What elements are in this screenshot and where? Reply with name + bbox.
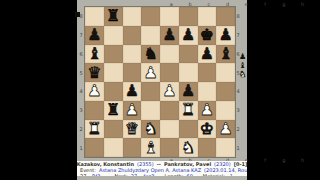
square-g2: ♚ — [198, 120, 217, 139]
rank-label-8: 8 — [235, 7, 241, 26]
file-label-h: h — [293, 1, 312, 7]
game-info-footer: Kazakov, Konstantin (2355) -- Pankratov,… — [77, 161, 247, 176]
square-e5 — [160, 63, 179, 82]
square-b8: ♜ — [104, 7, 123, 26]
square-h5 — [216, 63, 235, 82]
rank-label-4: 4 — [78, 82, 84, 101]
square-c2: ♛ — [123, 120, 142, 139]
piece-bp-a7: ♟ — [87, 26, 101, 44]
square-c1 — [123, 138, 142, 157]
square-d1: ♝ — [141, 138, 160, 157]
last-move-number: 27. — [80, 174, 88, 176]
next-move: 27... fxg3 — [131, 174, 155, 176]
square-b2 — [104, 120, 123, 139]
rank-label-1: 1 — [235, 138, 241, 157]
piece-wp-h2: ♟ — [218, 120, 232, 138]
piece-bk-g7: ♚ — [200, 26, 214, 44]
square-d3 — [141, 101, 160, 120]
square-f1: ♞ — [179, 138, 198, 157]
square-a4: ♟ — [85, 82, 104, 101]
square-e8 — [160, 7, 179, 26]
piece-bp-h7: ♟ — [218, 26, 232, 44]
square-d5: ♟ — [141, 63, 160, 82]
rank-label-2: 2 — [235, 120, 241, 139]
length-label: Length: — [165, 174, 184, 176]
rank-label-5: 5 — [78, 63, 84, 82]
square-b4 — [104, 82, 123, 101]
piece-bb-a6: ♝ — [87, 45, 101, 63]
piece-wn-f1: ♞ — [181, 139, 195, 157]
square-c8 — [123, 7, 142, 26]
next-label: Next: — [114, 174, 127, 176]
square-f3: ♜ — [179, 101, 198, 120]
square-e4: ♟ — [160, 82, 179, 101]
piece-bp-g6: ♟ — [200, 45, 214, 63]
square-h4 — [216, 82, 235, 101]
square-h2: ♟ — [216, 120, 235, 139]
rank-labels-left: 87654321 — [78, 7, 84, 157]
square-g1 — [198, 138, 217, 157]
square-g6: ♟ — [198, 45, 217, 64]
material-label: Material: — [203, 174, 225, 176]
square-c6 — [123, 45, 142, 64]
file-label-f: f — [256, 1, 275, 7]
piece-bn-d6: ♞ — [143, 45, 157, 63]
piece-bp-f7: ♟ — [181, 26, 195, 44]
piece-wp-a4: ♟ — [87, 82, 101, 100]
square-e7: ♟ — [160, 26, 179, 45]
square-d7 — [141, 26, 160, 45]
black-bishop-icon: ♝ — [238, 61, 247, 70]
square-e3 — [160, 101, 179, 120]
square-b7 — [104, 26, 123, 45]
square-a5: ♛ — [85, 63, 104, 82]
rank-label-1: 1 — [78, 138, 84, 157]
file-label-f: f — [256, 157, 275, 163]
square-h3 — [216, 101, 235, 120]
square-e1 — [160, 138, 179, 157]
square-b3: ♜ — [104, 101, 123, 120]
square-h8 — [216, 7, 235, 26]
piece-wn-d2: ♞ — [143, 120, 157, 138]
piece-bq-a5: ♛ — [87, 64, 101, 82]
square-a7: ♟ — [85, 26, 104, 45]
piece-br-b3: ♜ — [106, 101, 120, 119]
moves-line: 27. Rf3 Next: 27... fxg3 Length: 60 Mate… — [77, 174, 247, 176]
piece-br-b8: ♜ — [106, 7, 120, 25]
square-e6 — [160, 45, 179, 64]
rank-labels-right: 87654321 — [235, 7, 241, 157]
square-f4: ♟ — [179, 82, 198, 101]
square-b6 — [104, 45, 123, 64]
square-g3: ♟ — [198, 101, 217, 120]
file-label-g: g — [275, 157, 294, 163]
rank-label-6: 6 — [78, 45, 84, 64]
material-balance-tray: ♟♝♞ — [238, 52, 247, 79]
piece-wb-d1: ♝ — [143, 139, 157, 157]
square-h6: ♝ — [216, 45, 235, 64]
square-a6: ♝ — [85, 45, 104, 64]
square-h1 — [216, 138, 235, 157]
square-b5 — [104, 63, 123, 82]
square-f7: ♟ — [179, 26, 198, 45]
square-a3 — [85, 101, 104, 120]
square-a1 — [85, 138, 104, 157]
square-d6: ♞ — [141, 45, 160, 64]
square-d4 — [141, 82, 160, 101]
square-c4: ♟ — [123, 82, 142, 101]
square-d2: ♞ — [141, 120, 160, 139]
piece-wr-f3: ♜ — [181, 101, 195, 119]
square-h7: ♟ — [216, 26, 235, 45]
piece-bp-f4: ♟ — [181, 82, 195, 100]
square-c7 — [123, 26, 142, 45]
black-pawn-icon: ♟ — [238, 52, 247, 61]
video-frame: abcdefgh 87654321 87654321 abcdefgh ♜♟♟♟… — [0, 0, 320, 180]
rank-label-3: 3 — [78, 101, 84, 120]
piece-bp-c4: ♟ — [125, 82, 139, 100]
rank-label-2: 2 — [78, 120, 84, 139]
square-g4 — [198, 82, 217, 101]
square-e2 — [160, 120, 179, 139]
piece-wp-e4: ♟ — [162, 82, 176, 100]
last-move: Rf3 — [92, 174, 100, 176]
piece-wp-d5: ♟ — [143, 64, 157, 82]
square-g8 — [198, 7, 217, 26]
material-value: -1 — [228, 174, 233, 176]
square-b1 — [104, 138, 123, 157]
file-label-h: h — [293, 157, 312, 163]
piece-bp-e7: ♟ — [162, 26, 176, 44]
square-f8 — [179, 7, 198, 26]
square-c5 — [123, 63, 142, 82]
rank-label-7: 7 — [235, 26, 241, 45]
piece-wr-a2: ♜ — [87, 120, 101, 138]
piece-wp-c3: ♟ — [125, 101, 139, 119]
square-d8 — [141, 7, 160, 26]
length-value: 60 — [186, 174, 192, 176]
piece-wq-c2: ♛ — [125, 120, 139, 138]
rank-label-4: 4 — [235, 82, 241, 101]
piece-wk-g2: ♚ — [200, 120, 214, 138]
black-to-move-indicator — [75, 12, 80, 17]
square-c3: ♟ — [123, 101, 142, 120]
square-g5 — [198, 63, 217, 82]
square-a2: ♜ — [85, 120, 104, 139]
square-f6 — [179, 45, 198, 64]
piece-bb-h6: ♝ — [218, 45, 232, 63]
square-g7: ♚ — [198, 26, 217, 45]
chess-board: ♜♟♟♟♚♟♝♞♟♝♛♟♟♟♟♟♜♟♜♟♜♛♞♚♟♝♞ — [85, 7, 235, 157]
square-f5 — [179, 63, 198, 82]
file-label-g: g — [275, 1, 294, 7]
piece-wp-g3: ♟ — [200, 101, 214, 119]
square-a8 — [85, 7, 104, 26]
rank-label-3: 3 — [235, 101, 241, 120]
white-knight-icon: ♞ — [238, 70, 247, 79]
rank-label-7: 7 — [78, 26, 84, 45]
square-f2 — [179, 120, 198, 139]
